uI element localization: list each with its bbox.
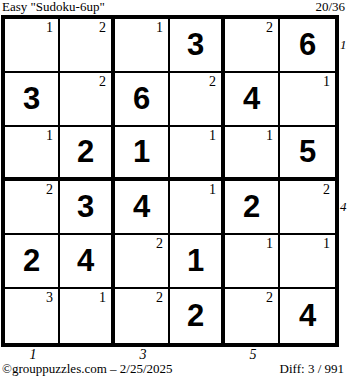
copyright-date: ©grouppuzzles.com – 2/25/2025 (2, 362, 173, 376)
row-group-label-4: 4 (340, 200, 347, 214)
corner-mark: 2 (209, 74, 216, 89)
cell-r5c1[interactable]: 2 (5, 235, 60, 289)
cell-r3c5[interactable]: 1 (225, 127, 280, 181)
puzzle-page: Easy "Sudoku-6up" 20/36 1213263262411211… (0, 0, 347, 381)
cell-value: 4 (280, 289, 335, 343)
corner-mark: 1 (266, 236, 273, 251)
difficulty: Diff: 3 / 991 (280, 362, 344, 376)
footer: ©grouppuzzles.com – 2/25/2025 Diff: 3 / … (2, 362, 344, 376)
corner-mark: 1 (156, 20, 163, 35)
cell-r4c5[interactable]: 2 (225, 181, 280, 235)
cell-r3c1[interactable]: 1 (5, 127, 60, 181)
cell-r4c4[interactable]: 1 (170, 181, 225, 235)
cell-r1c3[interactable]: 1 (115, 19, 170, 73)
cell-value: 1 (115, 127, 168, 177)
corner-mark: 1 (46, 20, 53, 35)
cell-r6c4[interactable]: 2 (170, 289, 225, 343)
corner-mark: 2 (266, 20, 273, 35)
cell-r2c4[interactable]: 2 (170, 73, 225, 127)
cell-r2c1[interactable]: 3 (5, 73, 60, 127)
corner-mark: 2 (266, 290, 273, 305)
cell-r6c1[interactable]: 3 (5, 289, 60, 343)
cell-r5c6[interactable]: 1 (280, 235, 335, 289)
corner-mark: 1 (99, 290, 106, 305)
cell-r3c3[interactable]: 1 (115, 127, 170, 181)
cell-r3c4[interactable]: 1 (170, 127, 225, 181)
cell-r2c6[interactable]: 1 (280, 73, 335, 127)
cell-value: 4 (115, 181, 168, 233)
cell-r1c1[interactable]: 1 (5, 19, 60, 73)
cell-value: 4 (60, 235, 111, 287)
cell-r5c5[interactable]: 1 (225, 235, 280, 289)
corner-mark: 2 (99, 74, 106, 89)
cell-value: 3 (5, 73, 58, 125)
cell-value: 2 (60, 127, 111, 177)
corner-mark: 1 (266, 128, 273, 143)
cell-r1c4[interactable]: 3 (170, 19, 225, 73)
cell-r3c2[interactable]: 2 (60, 127, 115, 181)
cell-r5c2[interactable]: 4 (60, 235, 115, 289)
cell-r3c6[interactable]: 5 (280, 127, 335, 181)
cell-r4c3[interactable]: 4 (115, 181, 170, 235)
corner-mark: 2 (46, 182, 53, 197)
cell-value: 2 (5, 235, 58, 287)
cell-r2c5[interactable]: 4 (225, 73, 280, 127)
cell-r1c6[interactable]: 6 (280, 19, 335, 73)
corner-mark: 3 (46, 290, 53, 305)
corner-mark: 1 (209, 182, 216, 197)
corner-mark: 1 (323, 236, 330, 251)
corner-mark: 1 (209, 128, 216, 143)
cell-r6c6[interactable]: 4 (280, 289, 335, 343)
corner-mark: 2 (156, 236, 163, 251)
cell-r6c2[interactable]: 1 (60, 289, 115, 343)
cell-r4c1[interactable]: 2 (5, 181, 60, 235)
cell-r4c2[interactable]: 3 (60, 181, 115, 235)
cell-r6c3[interactable]: 2 (115, 289, 170, 343)
puzzle-counter: 20/36 (315, 0, 345, 14)
cell-r2c3[interactable]: 6 (115, 73, 170, 127)
header: Easy "Sudoku-6up" 20/36 (2, 0, 345, 14)
corner-mark: 2 (99, 20, 106, 35)
cell-r2c2[interactable]: 2 (60, 73, 115, 127)
cell-r5c3[interactable]: 2 (115, 235, 170, 289)
cell-r5c4[interactable]: 1 (170, 235, 225, 289)
puzzle-title: Easy "Sudoku-6up" (2, 0, 105, 14)
cell-r1c2[interactable]: 2 (60, 19, 115, 73)
sudoku-board: 121326326241121115234122242111312224 (1, 15, 339, 347)
cell-value: 4 (225, 73, 278, 125)
col-group-label-5: 5 (250, 348, 257, 362)
cell-r6c5[interactable]: 2 (225, 289, 280, 343)
col-group-label-3: 3 (140, 348, 147, 362)
corner-mark: 1 (46, 128, 53, 143)
cell-value: 6 (115, 73, 168, 125)
corner-mark: 1 (323, 74, 330, 89)
cell-value: 1 (170, 235, 221, 287)
cell-value: 6 (280, 19, 335, 71)
col-group-label-1: 1 (30, 348, 37, 362)
cell-r4c6[interactable]: 2 (280, 181, 335, 235)
cell-value: 3 (170, 19, 221, 71)
cell-value: 3 (60, 181, 111, 233)
cell-value: 5 (280, 127, 335, 177)
corner-mark: 2 (156, 290, 163, 305)
corner-mark: 2 (323, 182, 330, 197)
cell-value: 2 (170, 289, 221, 343)
cell-value: 2 (225, 181, 278, 233)
row-group-label-1: 1 (340, 38, 347, 52)
cell-r1c5[interactable]: 2 (225, 19, 280, 73)
